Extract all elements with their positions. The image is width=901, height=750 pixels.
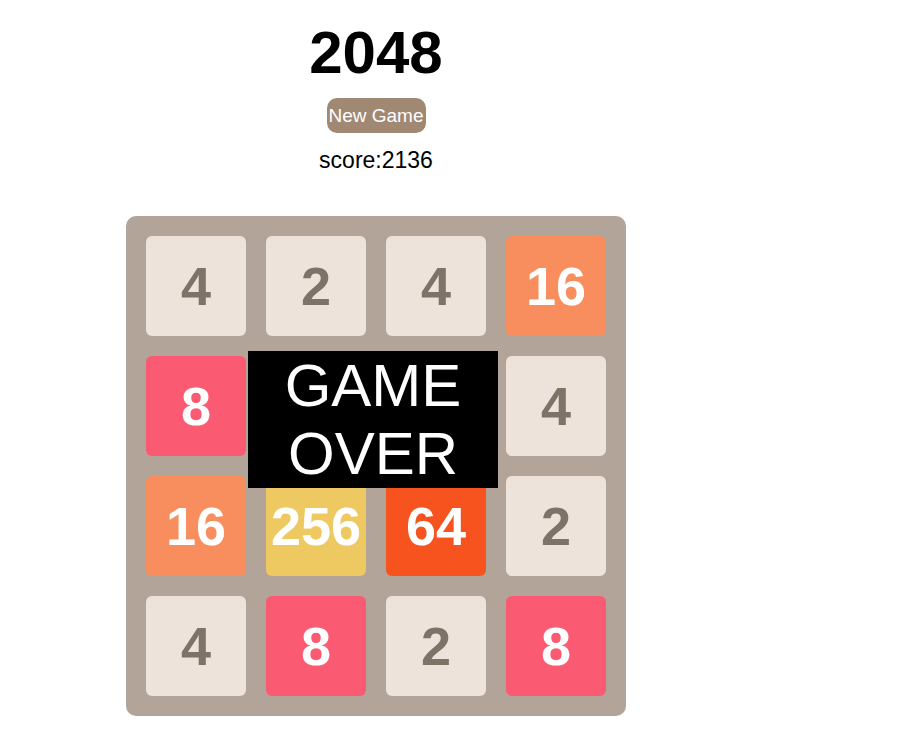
tile-8: 8 [506, 596, 606, 696]
tile-4: 4 [506, 356, 606, 456]
game-over-overlay: GAME OVER [248, 351, 498, 488]
game-over-line-2: OVER [288, 420, 458, 488]
tile-4: 4 [386, 236, 486, 336]
tile-16: 16 [146, 476, 246, 576]
tile-4: 4 [146, 596, 246, 696]
tile-256: 256 [266, 476, 366, 576]
tile-8: 8 [146, 356, 246, 456]
tile-2: 2 [506, 476, 606, 576]
app-container: 2048 New Game score:2136 GAME OVER 42416… [0, 23, 752, 716]
tile-16: 16 [506, 236, 606, 336]
board: GAME OVER 4241684162566424828 [126, 216, 626, 716]
score-text: score:2136 [0, 146, 752, 174]
tile-4: 4 [146, 236, 246, 336]
game-over-line-1: GAME [285, 352, 462, 420]
tile-8: 8 [266, 596, 366, 696]
new-game-button[interactable]: New Game [327, 98, 426, 133]
page-title: 2048 [0, 23, 752, 83]
tile-2: 2 [266, 236, 366, 336]
tile-2: 2 [386, 596, 486, 696]
tile-64: 64 [386, 476, 486, 576]
